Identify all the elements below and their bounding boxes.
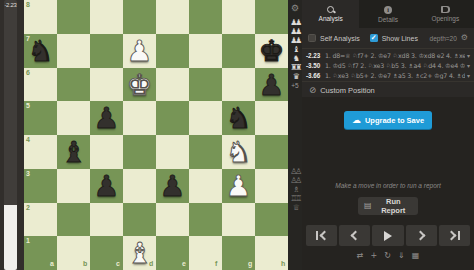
square-h4[interactable] [255, 135, 288, 169]
square-c4[interactable] [90, 135, 123, 169]
square-d4[interactable] [123, 135, 156, 169]
captured-piece-row: ♟♟ [288, 18, 302, 27]
square-b6[interactable] [57, 68, 90, 102]
material-advantage: +5 [291, 82, 298, 89]
step-back-button[interactable] [339, 225, 370, 246]
square-g2[interactable] [222, 203, 255, 237]
square-c1[interactable] [90, 236, 123, 270]
chevron-right-icon [415, 231, 425, 241]
board-gutter: -2.23 [0, 0, 24, 270]
square-f6[interactable] [189, 68, 222, 102]
chevron-down-icon[interactable]: ▾ [467, 52, 470, 59]
captured-piece-row: ♙♙ [288, 176, 302, 185]
panel-tabs: Analysis i Details Openings [302, 0, 474, 28]
square-b7[interactable] [57, 34, 90, 68]
black-pawn-e3[interactable]: ♟ [156, 169, 189, 203]
square-d8[interactable] [123, 0, 156, 34]
play-button[interactable] [372, 225, 403, 246]
book-icon [441, 6, 450, 13]
tab-openings[interactable]: Openings [417, 0, 474, 28]
square-f4[interactable] [189, 135, 222, 169]
black-king-h7[interactable]: ♚ [255, 34, 288, 68]
black-pawn-c5[interactable]: ♟ [90, 101, 123, 135]
show-lines-label: Show Lines [382, 35, 418, 42]
evaluation-score: -2.23 [4, 2, 17, 8]
square-e7[interactable] [156, 34, 189, 68]
add-icon[interactable]: + [371, 251, 378, 260]
square-g7[interactable] [222, 34, 255, 68]
report-document-icon: ▤ [364, 202, 372, 210]
square-h1[interactable] [255, 236, 288, 270]
play-icon [384, 231, 392, 241]
black-pawn-h6[interactable]: ♟ [255, 68, 288, 102]
square-a3[interactable] [24, 169, 57, 203]
tab-details-label: Details [378, 16, 398, 23]
show-lines-checkbox[interactable]: ✓ [370, 34, 378, 42]
square-e5[interactable] [156, 101, 189, 135]
square-a2[interactable] [24, 203, 57, 237]
move-navigation [306, 225, 470, 246]
line-moves: 1. d8=♕ ♘f7+ 2. ♔e7 ♘xd8 3. ♔xd8 e2 4. ♗… [325, 52, 465, 59]
captured-by-white: ♙♙♙♙♗♖♖♕ [288, 167, 302, 212]
black-knight-a7[interactable]: ♞ [24, 34, 57, 68]
self-analysis-label: Self Analysis [320, 35, 360, 42]
save-board-icon[interactable]: ▦ [412, 251, 420, 260]
evaluation-bar-white [4, 205, 17, 270]
square-h3[interactable] [255, 169, 288, 203]
square-f1[interactable] [189, 236, 222, 270]
captured-piece-row: ♜♜ [288, 63, 302, 72]
jump-to-end-button[interactable] [439, 225, 470, 246]
square-f7[interactable] [189, 34, 222, 68]
square-f2[interactable] [189, 203, 222, 237]
panel-body: ☁ Upgrade to Save Make a move in order t… [302, 97, 474, 270]
download-icon[interactable]: ⇓ [398, 251, 405, 260]
white-king-d6[interactable]: ♚ [123, 68, 156, 102]
step-forward-button[interactable] [406, 225, 437, 246]
captured-piece-row: ♖♖ [288, 194, 302, 203]
square-g6[interactable] [222, 68, 255, 102]
black-pawn-c3[interactable]: ♟ [90, 169, 123, 203]
square-a8[interactable] [24, 0, 57, 34]
upgrade-to-save-label: Upgrade to Save [365, 116, 424, 125]
engine-depth: depth=20 [430, 35, 457, 42]
square-d5[interactable] [123, 101, 156, 135]
self-analysis-checkbox[interactable] [308, 34, 316, 42]
engine-line-1[interactable]: -2.23 1. d8=♕ ♘f7+ 2. ♔e7 ♘xd8 3. ♔xd8 e… [302, 50, 474, 60]
end-bar-icon [458, 231, 460, 240]
board-tools: ⇄+↻⇓▦ [302, 251, 474, 260]
run-report-hint: Make a move in order to run a report [302, 182, 474, 189]
options-row: Self Analysis ✓ Show Lines depth=20 ⚙ [302, 28, 474, 49]
run-report-button[interactable]: ▤ Run Report [358, 197, 418, 215]
engine-lines: -2.23 1. d8=♕ ♘f7+ 2. ♔e7 ♘xd8 3. ♔xd8 e… [302, 49, 474, 81]
chevron-down-icon[interactable]: ▾ [467, 62, 470, 69]
white-knight-g4[interactable]: ♞ [222, 135, 255, 169]
square-c2[interactable] [90, 203, 123, 237]
magnifier-icon [327, 6, 334, 13]
square-g1[interactable] [222, 236, 255, 270]
white-pawn-g3[interactable]: ♟ [222, 169, 255, 203]
evaluation-bar: -2.23 [4, 0, 17, 270]
analysis-panel: Analysis i Details Openings Self Analysi… [302, 0, 474, 270]
black-knight-g5[interactable]: ♞ [222, 101, 255, 135]
chevron-left-icon [351, 231, 361, 241]
square-a5[interactable] [24, 101, 57, 135]
square-e4[interactable] [156, 135, 189, 169]
captured-piece-row: ♗ [288, 185, 302, 194]
tab-analysis-label: Analysis [319, 15, 343, 22]
line-moves: 1. ♘xe3 ♘b5+ 2. ♔e7 ♗a5 3. ♗c2+ ♔g7 4. ♗… [325, 72, 465, 79]
upgrade-to-save-button[interactable]: ☁ Upgrade to Save [344, 111, 432, 129]
square-b3[interactable] [57, 169, 90, 203]
square-c6[interactable] [90, 68, 123, 102]
white-pawn-d7[interactable]: ♟ [123, 34, 156, 68]
tab-details[interactable]: i Details [359, 0, 416, 28]
square-b2[interactable] [57, 203, 90, 237]
black-bishop-b4[interactable]: ♝ [57, 135, 90, 169]
square-d2[interactable] [123, 203, 156, 237]
captured-piece-row: ♟♟ [288, 27, 302, 36]
square-g8[interactable] [222, 0, 255, 34]
square-e2[interactable] [156, 203, 189, 237]
square-a4[interactable] [24, 135, 57, 169]
square-e1[interactable] [156, 236, 189, 270]
square-f8[interactable] [189, 0, 222, 34]
flip-board-icon[interactable]: ⇄ [357, 251, 364, 260]
start-bar-icon [316, 231, 318, 240]
line-eval: -3.50 [306, 62, 325, 69]
square-h8[interactable] [255, 0, 288, 34]
square-b5[interactable] [57, 101, 90, 135]
square-h5[interactable] [255, 101, 288, 135]
square-a1[interactable] [24, 236, 57, 270]
no-entry-icon: ⊘ [309, 86, 316, 95]
custom-position-label: Custom Position [320, 86, 375, 95]
square-a6[interactable] [24, 68, 57, 102]
info-icon: i [384, 6, 392, 14]
analysis-page: { "game": "chess", "site": "chess.com an… [0, 0, 474, 270]
capture-tray: ⚙ ♟♟♟♟♟♟♝♞♜♜♛ +5 ♙♙♙♙♗♖♖♕ [288, 0, 302, 270]
tab-analysis[interactable]: Analysis [302, 0, 359, 28]
chevron-right-icon [447, 231, 457, 241]
captured-piece-row: ♞ [288, 54, 302, 63]
board[interactable]: 87654321abcdefgh♞♟♚♚♟♟♞♝♞♟♟♟♝ [24, 0, 288, 270]
engine-line-3[interactable]: -3.66 1. ♘xe3 ♘b5+ 2. ♔e7 ♗a5 3. ♗c2+ ♔g… [302, 70, 474, 80]
square-e6[interactable] [156, 68, 189, 102]
captured-piece-row: ♟♟ [288, 36, 302, 45]
captured-piece-row: ♕ [288, 203, 302, 212]
line-eval: -3.66 [306, 72, 325, 79]
square-c7[interactable] [90, 34, 123, 68]
square-f5[interactable] [189, 101, 222, 135]
cloud-upload-icon: ☁ [352, 116, 361, 125]
captured-piece-row: ♙♙ [288, 167, 302, 176]
captured-by-black: ♟♟♟♟♟♟♝♞♜♜♛ [288, 18, 302, 81]
captured-piece-row: ♝ [288, 45, 302, 54]
square-d3[interactable] [123, 169, 156, 203]
line-moves: 1. ♔d5 ♘f7 2. ♘xe3 ♘b5 3. ♗a4 ♘d4 4. ♔e4… [325, 62, 465, 69]
square-h2[interactable] [255, 203, 288, 237]
square-c8[interactable] [90, 0, 123, 34]
tab-openings-label: Openings [431, 15, 459, 22]
square-e8[interactable] [156, 0, 189, 34]
line-eval: -2.23 [306, 52, 325, 59]
engine-line-2[interactable]: -3.50 1. ♔d5 ♘f7 2. ♘xe3 ♘b5 3. ♗a4 ♘d4 … [302, 60, 474, 70]
chevron-left-icon [319, 231, 329, 241]
engine-settings-gear-icon[interactable]: ⚙ [461, 34, 468, 42]
run-report-label: Run Report [375, 197, 412, 215]
square-b8[interactable] [57, 0, 90, 34]
chevron-down-icon[interactable]: ▾ [467, 72, 470, 79]
square-b1[interactable] [57, 236, 90, 270]
board-settings-gear-icon[interactable]: ⚙ [291, 3, 299, 13]
captured-piece-row: ♛ [288, 72, 302, 81]
reset-icon[interactable]: ↻ [384, 251, 391, 260]
square-f3[interactable] [189, 169, 222, 203]
jump-to-start-button[interactable] [306, 225, 337, 246]
white-bishop-d1[interactable]: ♝ [123, 236, 156, 270]
